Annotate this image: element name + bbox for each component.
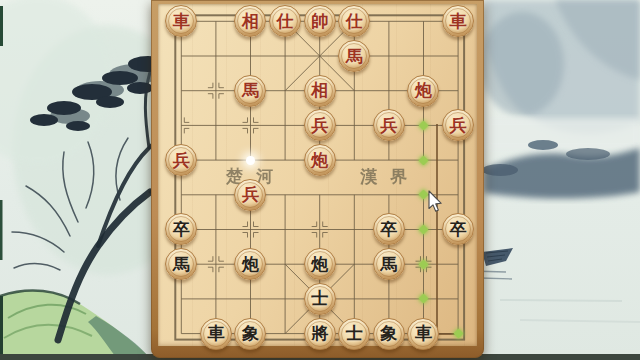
move-trail-dot [419,259,429,269]
piece-black-advisor[interactable]: 士 [304,283,336,315]
pieces-layer[interactable]: 車相仕帥仕車馬馬相炮兵兵兵兵炮兵卒卒卒馬炮炮馬士車象將士象車 [164,4,475,351]
piece-black-soldier[interactable]: 卒 [373,213,405,245]
piece-red-advisor[interactable]: 仕 [269,5,301,37]
piece-red-soldier[interactable]: 兵 [304,109,336,141]
piece-black-general[interactable]: 將 [304,318,336,350]
piece-red-elephant[interactable]: 相 [304,75,336,107]
piece-red-chariot[interactable]: 車 [442,5,474,37]
piece-black-soldier[interactable]: 卒 [442,213,474,245]
piece-black-cannon[interactable]: 炮 [304,248,336,280]
piece-black-chariot[interactable]: 車 [200,318,232,350]
move-trail-dot [419,190,429,200]
piece-red-elephant[interactable]: 相 [234,5,266,37]
piece-red-soldier[interactable]: 兵 [442,109,474,141]
piece-black-soldier[interactable]: 卒 [165,213,197,245]
move-trail-dot [419,225,429,235]
piece-red-soldier[interactable]: 兵 [373,109,405,141]
piece-red-soldier[interactable]: 兵 [165,144,197,176]
move-trail-dot [453,329,463,339]
piece-black-elephant[interactable]: 象 [373,318,405,350]
move-trail-dot [419,155,429,165]
piece-red-advisor[interactable]: 仕 [338,5,370,37]
piece-black-cannon[interactable]: 炮 [234,248,266,280]
piece-red-horse[interactable]: 馬 [338,40,370,72]
piece-black-horse[interactable]: 馬 [165,248,197,280]
piece-black-elephant[interactable]: 象 [234,318,266,350]
piece-red-general[interactable]: 帥 [304,5,336,37]
piece-black-horse[interactable]: 馬 [373,248,405,280]
piece-red-cannon[interactable]: 炮 [304,144,336,176]
piece-red-soldier[interactable]: 兵 [234,179,266,211]
move-trail-dot [419,120,429,130]
last-move-origin-glow [246,156,255,165]
piece-black-chariot[interactable]: 車 [407,318,439,350]
piece-black-advisor[interactable]: 士 [338,318,370,350]
piece-red-cannon[interactable]: 炮 [407,75,439,107]
game-screen: 楚河 漢界 車相仕帥仕車馬馬相炮兵兵兵兵炮兵卒卒卒馬炮炮馬士車象將士象車 [0,0,640,360]
move-trail-dot [419,294,429,304]
piece-red-chariot[interactable]: 車 [165,5,197,37]
piece-red-horse[interactable]: 馬 [234,75,266,107]
